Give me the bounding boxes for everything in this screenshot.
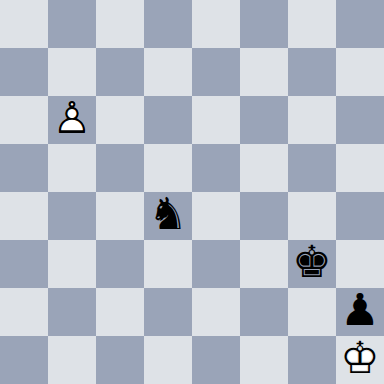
square-b4[interactable] <box>48 192 96 240</box>
square-c1[interactable] <box>96 336 144 384</box>
square-h3[interactable] <box>336 240 384 288</box>
square-b1[interactable] <box>48 336 96 384</box>
square-g5[interactable] <box>288 144 336 192</box>
square-h5[interactable] <box>336 144 384 192</box>
square-f5[interactable] <box>240 144 288 192</box>
black-pawn[interactable]: ♟ <box>336 288 384 336</box>
square-c8[interactable] <box>96 0 144 48</box>
square-a4[interactable] <box>0 192 48 240</box>
black-knight-glyph: ♞ <box>148 192 187 236</box>
square-d2[interactable] <box>144 288 192 336</box>
square-g4[interactable] <box>288 192 336 240</box>
square-a1[interactable] <box>0 336 48 384</box>
black-knight[interactable]: ♞ <box>144 192 192 240</box>
square-d8[interactable] <box>144 0 192 48</box>
square-f2[interactable] <box>240 288 288 336</box>
white-king-outline: ♔ <box>340 336 379 380</box>
square-a2[interactable] <box>0 288 48 336</box>
square-h8[interactable] <box>336 0 384 48</box>
square-d7[interactable] <box>144 48 192 96</box>
square-h6[interactable] <box>336 96 384 144</box>
square-f7[interactable] <box>240 48 288 96</box>
square-e5[interactable] <box>192 144 240 192</box>
square-c3[interactable] <box>96 240 144 288</box>
square-e8[interactable] <box>192 0 240 48</box>
square-b7[interactable] <box>48 48 96 96</box>
square-e2[interactable] <box>192 288 240 336</box>
square-a5[interactable] <box>0 144 48 192</box>
square-a3[interactable] <box>0 240 48 288</box>
square-b5[interactable] <box>48 144 96 192</box>
square-h4[interactable] <box>336 192 384 240</box>
black-king[interactable]: ♚ <box>288 240 336 288</box>
square-d1[interactable] <box>144 336 192 384</box>
square-e6[interactable] <box>192 96 240 144</box>
square-h2[interactable]: ♟ <box>336 288 384 336</box>
square-g7[interactable] <box>288 48 336 96</box>
square-d3[interactable] <box>144 240 192 288</box>
black-pawn-glyph: ♟ <box>340 288 379 332</box>
white-pawn[interactable]: ♟♙ <box>48 96 96 144</box>
square-g3[interactable]: ♚ <box>288 240 336 288</box>
square-e7[interactable] <box>192 48 240 96</box>
square-d6[interactable] <box>144 96 192 144</box>
square-g2[interactable] <box>288 288 336 336</box>
square-f1[interactable] <box>240 336 288 384</box>
square-f8[interactable] <box>240 0 288 48</box>
square-a8[interactable] <box>0 0 48 48</box>
square-e3[interactable] <box>192 240 240 288</box>
black-king-glyph: ♚ <box>292 240 331 284</box>
square-e1[interactable] <box>192 336 240 384</box>
square-a6[interactable] <box>0 96 48 144</box>
square-g6[interactable] <box>288 96 336 144</box>
square-d5[interactable] <box>144 144 192 192</box>
square-c2[interactable] <box>96 288 144 336</box>
square-b3[interactable] <box>48 240 96 288</box>
square-b6[interactable]: ♟♙ <box>48 96 96 144</box>
square-c5[interactable] <box>96 144 144 192</box>
square-c7[interactable] <box>96 48 144 96</box>
square-f3[interactable] <box>240 240 288 288</box>
white-king[interactable]: ♚♔ <box>336 336 384 384</box>
square-c6[interactable] <box>96 96 144 144</box>
square-a7[interactable] <box>0 48 48 96</box>
white-pawn-outline: ♙ <box>52 96 91 140</box>
square-c4[interactable] <box>96 192 144 240</box>
square-h7[interactable] <box>336 48 384 96</box>
square-g8[interactable] <box>288 0 336 48</box>
square-f4[interactable] <box>240 192 288 240</box>
square-h1[interactable]: ♚♔ <box>336 336 384 384</box>
square-f6[interactable] <box>240 96 288 144</box>
square-b2[interactable] <box>48 288 96 336</box>
square-b8[interactable] <box>48 0 96 48</box>
square-e4[interactable] <box>192 192 240 240</box>
square-d4[interactable]: ♞ <box>144 192 192 240</box>
chess-board: ♟♙♞♚♟♚♔ <box>0 0 384 384</box>
square-g1[interactable] <box>288 336 336 384</box>
